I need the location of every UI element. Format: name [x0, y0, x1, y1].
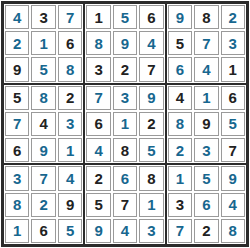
box-9: 159364728 — [166, 164, 247, 245]
cell-r3c2[interactable]: 5 — [31, 57, 55, 81]
cell-r8c8[interactable]: 6 — [194, 193, 218, 217]
cell-r2c4[interactable]: 8 — [86, 31, 110, 55]
box-1: 437216958 — [3, 3, 84, 84]
cell-r6c8[interactable]: 3 — [194, 138, 218, 162]
cell-r4c1[interactable]: 5 — [5, 86, 29, 110]
cell-r1c9[interactable]: 2 — [221, 5, 245, 29]
cell-r6c1[interactable]: 6 — [5, 138, 29, 162]
cell-r5c6[interactable]: 2 — [139, 112, 163, 136]
cell-r6c9[interactable]: 7 — [221, 138, 245, 162]
cell-r4c5[interactable]: 3 — [113, 86, 137, 110]
cell-r9c2[interactable]: 6 — [31, 219, 55, 243]
cell-r8c6[interactable]: 1 — [139, 193, 163, 217]
cell-r5c9[interactable]: 5 — [221, 112, 245, 136]
cell-r2c1[interactable]: 2 — [5, 31, 29, 55]
cell-r6c6[interactable]: 5 — [139, 138, 163, 162]
cell-r4c4[interactable]: 7 — [86, 86, 110, 110]
cell-r5c1[interactable]: 7 — [5, 112, 29, 136]
box-6: 416895237 — [166, 84, 247, 165]
cell-r3c3[interactable]: 8 — [58, 57, 82, 81]
cell-r2c5[interactable]: 9 — [113, 31, 137, 55]
cell-r6c2[interactable]: 9 — [31, 138, 55, 162]
cell-r3c6[interactable]: 7 — [139, 57, 163, 81]
cell-r9c5[interactable]: 4 — [113, 219, 137, 243]
cell-r4c9[interactable]: 6 — [221, 86, 245, 110]
cell-r8c3[interactable]: 9 — [58, 193, 82, 217]
cell-r2c2[interactable]: 1 — [31, 31, 55, 55]
cell-r9c3[interactable]: 5 — [58, 219, 82, 243]
cell-r4c3[interactable]: 2 — [58, 86, 82, 110]
box-4: 582743691 — [3, 84, 84, 165]
box-2: 156894327 — [84, 3, 165, 84]
cell-r1c2[interactable]: 3 — [31, 5, 55, 29]
cell-r1c7[interactable]: 9 — [168, 5, 192, 29]
cell-r2c6[interactable]: 4 — [139, 31, 163, 55]
cell-r1c5[interactable]: 5 — [113, 5, 137, 29]
cell-r7c2[interactable]: 7 — [31, 166, 55, 190]
cell-r8c2[interactable]: 2 — [31, 193, 55, 217]
cell-r5c2[interactable]: 4 — [31, 112, 55, 136]
cell-r7c7[interactable]: 1 — [168, 166, 192, 190]
box-5: 739612485 — [84, 84, 165, 165]
cell-r5c5[interactable]: 1 — [113, 112, 137, 136]
cell-r7c6[interactable]: 8 — [139, 166, 163, 190]
box-7: 374829165 — [3, 164, 84, 245]
cell-r7c9[interactable]: 9 — [221, 166, 245, 190]
cell-r1c3[interactable]: 7 — [58, 5, 82, 29]
cell-r2c8[interactable]: 7 — [194, 31, 218, 55]
cell-r9c6[interactable]: 3 — [139, 219, 163, 243]
cell-r5c7[interactable]: 8 — [168, 112, 192, 136]
cell-r3c4[interactable]: 3 — [86, 57, 110, 81]
cell-r8c7[interactable]: 3 — [168, 193, 192, 217]
cell-r9c4[interactable]: 9 — [86, 219, 110, 243]
cell-r9c1[interactable]: 1 — [5, 219, 29, 243]
cell-r6c3[interactable]: 1 — [58, 138, 82, 162]
cell-r8c4[interactable]: 5 — [86, 193, 110, 217]
cell-r2c3[interactable]: 6 — [58, 31, 82, 55]
cell-r9c7[interactable]: 7 — [168, 219, 192, 243]
cell-r6c7[interactable]: 2 — [168, 138, 192, 162]
cell-r5c8[interactable]: 9 — [194, 112, 218, 136]
cell-r9c8[interactable]: 2 — [194, 219, 218, 243]
cell-r3c9[interactable]: 1 — [221, 57, 245, 81]
cell-r5c3[interactable]: 3 — [58, 112, 82, 136]
cell-r6c4[interactable]: 4 — [86, 138, 110, 162]
cell-r3c5[interactable]: 2 — [113, 57, 137, 81]
box-3: 982573641 — [166, 3, 247, 84]
cell-r1c1[interactable]: 4 — [5, 5, 29, 29]
sudoku-app: 437216958 156894327 982573641 582743691 … — [0, 0, 250, 248]
cell-r9c9[interactable]: 8 — [221, 219, 245, 243]
cell-r7c4[interactable]: 2 — [86, 166, 110, 190]
cell-r1c6[interactable]: 6 — [139, 5, 163, 29]
cell-r3c1[interactable]: 9 — [5, 57, 29, 81]
cell-r7c5[interactable]: 6 — [113, 166, 137, 190]
cell-r4c6[interactable]: 9 — [139, 86, 163, 110]
cell-r8c9[interactable]: 4 — [221, 193, 245, 217]
cell-r7c1[interactable]: 3 — [5, 166, 29, 190]
cell-r3c8[interactable]: 4 — [194, 57, 218, 81]
cell-r2c9[interactable]: 3 — [221, 31, 245, 55]
cell-r7c3[interactable]: 4 — [58, 166, 82, 190]
cell-r4c7[interactable]: 4 — [168, 86, 192, 110]
cell-r1c8[interactable]: 8 — [194, 5, 218, 29]
cell-r8c1[interactable]: 8 — [5, 193, 29, 217]
cell-r5c4[interactable]: 6 — [86, 112, 110, 136]
cell-r7c8[interactable]: 5 — [194, 166, 218, 190]
cell-r6c5[interactable]: 8 — [113, 138, 137, 162]
cell-r4c8[interactable]: 1 — [194, 86, 218, 110]
box-8: 268571943 — [84, 164, 165, 245]
cell-r8c5[interactable]: 7 — [113, 193, 137, 217]
cell-r4c2[interactable]: 8 — [31, 86, 55, 110]
sudoku-board: 437216958 156894327 982573641 582743691 … — [1, 1, 249, 247]
cell-r3c7[interactable]: 6 — [168, 57, 192, 81]
cell-r2c7[interactable]: 5 — [168, 31, 192, 55]
cell-r1c4[interactable]: 1 — [86, 5, 110, 29]
